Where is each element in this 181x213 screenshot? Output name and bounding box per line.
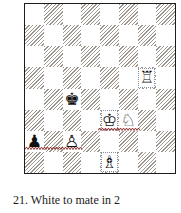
square-c3 [63,110,82,131]
square-h4 [156,89,175,110]
square-g5: ♖ [138,67,157,88]
square-d8 [81,4,100,25]
square-e4 [100,89,119,110]
square-d2 [81,131,100,152]
square-e8 [100,4,119,25]
black-pawn-icon: ♟ [27,133,42,150]
square-e5 [100,67,119,88]
square-b1 [44,152,63,173]
square-f3: ♘ [119,110,138,131]
square-g8 [138,4,157,25]
square-a2: ♟ [25,131,44,152]
square-h7 [156,25,175,46]
square-c6 [63,46,82,67]
square-e7 [100,25,119,46]
square-d7 [81,25,100,46]
square-h3 [156,110,175,131]
square-d1 [81,152,100,173]
chess-board: ♖♚♔♘♟♙♗ [24,3,176,174]
square-f1 [119,152,138,173]
square-c7 [63,25,82,46]
square-f7 [119,25,138,46]
square-f8 [119,4,138,25]
square-d5 [81,67,100,88]
square-e1: ♗ [100,152,119,173]
square-a8 [25,4,44,25]
white-rook-icon: ♖ [138,68,155,88]
puzzle-caption: 21. White to mate in 2 [13,193,120,208]
square-b3 [44,110,63,131]
black-king-icon: ♚ [64,91,79,108]
square-c8 [63,4,82,25]
square-a4 [25,89,44,110]
square-c4: ♚ [63,89,82,110]
square-h5 [156,67,175,88]
square-f4 [119,89,138,110]
square-a3 [25,110,44,131]
square-d6 [81,46,100,67]
square-f6 [119,46,138,67]
square-g2 [138,131,157,152]
chess-board-grid: ♖♚♔♘♟♙♗ [25,4,175,173]
square-e2 [100,131,119,152]
square-a1 [25,152,44,173]
square-h8 [156,4,175,25]
square-h6 [156,46,175,67]
square-d3 [81,110,100,131]
square-h1 [156,152,175,173]
square-g4 [138,89,157,110]
square-e3: ♔ [100,110,119,131]
square-g3 [138,110,157,131]
square-c2: ♙ [63,131,82,152]
square-g6 [138,46,157,67]
square-b8 [44,4,63,25]
square-b5 [44,67,63,88]
square-g7 [138,25,157,46]
square-c5 [63,67,82,88]
square-g1 [138,152,157,173]
square-f2 [119,131,138,152]
square-f5 [119,67,138,88]
square-b7 [44,25,63,46]
white-knight-icon: ♘ [121,112,136,129]
square-a7 [25,25,44,46]
square-d4 [81,89,100,110]
square-c1 [63,152,82,173]
square-b6 [44,46,63,67]
square-a6 [25,46,44,67]
square-b4 [44,89,63,110]
white-pawn-icon: ♙ [64,133,79,150]
square-e6 [100,46,119,67]
square-h2 [156,131,175,152]
square-a5 [25,67,44,88]
white-bishop-icon: ♗ [101,152,118,172]
white-king-icon: ♔ [101,110,118,130]
square-b2 [44,131,63,152]
